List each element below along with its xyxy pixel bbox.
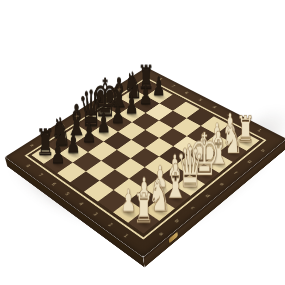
photo-background: 88hh77gg66ff55ee44dd33cc22bb11aa♜♞♟♝♟♚♟♛… bbox=[0, 0, 285, 285]
chess-board: 88hh77gg66ff55ee44dd33cc22bb11aa♜♞♟♝♟♚♟♛… bbox=[5, 67, 285, 257]
brass-latch bbox=[169, 232, 178, 244]
